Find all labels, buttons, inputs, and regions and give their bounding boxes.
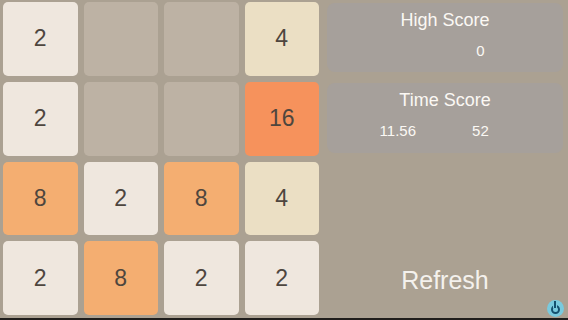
tile: 2 xyxy=(164,241,239,315)
tile xyxy=(164,2,239,76)
tile: 2 xyxy=(3,241,78,315)
tile: 2 xyxy=(84,162,159,236)
high-score-panel: High Score 0 xyxy=(327,3,563,72)
tile xyxy=(84,82,159,156)
tile: 2 xyxy=(245,241,320,315)
refresh-button[interactable]: Refresh xyxy=(327,266,563,295)
tile xyxy=(164,82,239,156)
time-score-value: 52 xyxy=(472,123,489,138)
time-score-title: Time Score xyxy=(327,90,563,111)
power-icon[interactable] xyxy=(547,300,564,317)
tile: 4 xyxy=(245,162,320,236)
tile: 2 xyxy=(3,2,78,76)
high-score-value: 0 xyxy=(476,43,484,58)
high-score-title: High Score xyxy=(327,10,563,31)
tile: 8 xyxy=(84,241,159,315)
board[interactable]: 2 4 2 16 8 2 8 4 2 8 2 2 xyxy=(0,0,322,318)
time-score-panel: Time Score 11.56 52 xyxy=(327,83,563,153)
app-window: 2 4 2 16 8 2 8 4 2 8 2 2 High Score 0 Ti… xyxy=(0,0,568,320)
tile: 4 xyxy=(245,2,320,76)
time-elapsed-value: 11.56 xyxy=(380,123,416,138)
tile: 16 xyxy=(245,82,320,156)
tile: 8 xyxy=(164,162,239,236)
power-icon-line xyxy=(554,301,556,308)
tile: 8 xyxy=(3,162,78,236)
tile: 2 xyxy=(3,82,78,156)
tile xyxy=(84,2,159,76)
